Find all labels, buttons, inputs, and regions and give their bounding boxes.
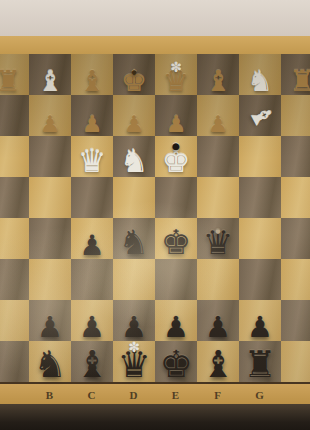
square-g8[interactable]: ♞	[239, 54, 281, 95]
hole-decoration: ●	[215, 228, 220, 234]
square-f8[interactable]: ♝	[197, 54, 239, 95]
square-h7[interactable]	[281, 95, 310, 136]
square-a2[interactable]	[0, 300, 29, 341]
piece-white-plastic-queen-c6[interactable]: ♛	[78, 147, 107, 176]
square-d3[interactable]	[113, 259, 155, 300]
square-g6[interactable]	[239, 136, 281, 177]
background-wall	[0, 0, 310, 36]
piece-white-plastic-knight-d6[interactable]: ♞	[120, 147, 149, 176]
piece-dark-pawn-b2[interactable]: ♟	[37, 314, 63, 340]
square-b3[interactable]	[29, 259, 71, 300]
piece-light-wood-queen-e8[interactable]: ♛✽	[163, 68, 189, 94]
piece-dark-king-e1[interactable]: ♚	[159, 348, 192, 381]
board-squares: ♜♝♝♚●♛✽♝♞♜♟♟♟♟♟♝♛♞♚●♟♞♚♛●♟♟♟♟♟♟♞♝♛✽♚♝♜	[0, 54, 310, 382]
piece-light-wood-bishop-c8[interactable]: ♝	[79, 68, 105, 94]
square-f6[interactable]	[197, 136, 239, 177]
square-c5[interactable]	[71, 177, 113, 218]
square-c8[interactable]: ♝	[71, 54, 113, 95]
square-c2[interactable]: ♟	[71, 300, 113, 341]
file-label-hidden	[0, 384, 29, 406]
piece-dark-bishop-f1[interactable]: ♝	[201, 348, 234, 381]
file-label-b: B	[29, 384, 71, 406]
square-h5[interactable]	[281, 177, 310, 218]
piece-dark-pawn-c2[interactable]: ♟	[79, 314, 105, 340]
square-b1[interactable]: ♞	[29, 341, 71, 382]
square-a4[interactable]	[0, 218, 29, 259]
chess-board[interactable]: ♜♝♝♚●♛✽♝♞♜♟♟♟♟♟♝♛♞♚●♟♞♚♛●♟♟♟♟♟♟♞♝♛✽♚♝♜ B…	[0, 36, 310, 404]
square-f5[interactable]	[197, 177, 239, 218]
board-front-edge	[0, 404, 310, 430]
square-h2[interactable]	[281, 300, 310, 341]
square-e3[interactable]	[155, 259, 197, 300]
square-e7[interactable]: ♟	[155, 95, 197, 136]
file-label-d: D	[113, 384, 155, 406]
piece-light-wood-pawn-f7[interactable]: ♟	[208, 114, 229, 135]
file-label-g: G	[239, 384, 281, 406]
screenshot-root: ♜♝♝♚●♛✽♝♞♜♟♟♟♟♟♝♛♞♚●♟♞♚♛●♟♟♟♟♟♟♞♝♛✽♚♝♜ B…	[0, 0, 310, 430]
square-f1[interactable]: ♝	[197, 341, 239, 382]
square-a7[interactable]	[0, 95, 29, 136]
piece-light-wood-king-d8[interactable]: ♚●	[121, 68, 147, 94]
file-label-f: F	[197, 384, 239, 406]
square-g1[interactable]: ♜	[239, 341, 281, 382]
piece-dark-queen-f4[interactable]: ♛●	[203, 227, 233, 258]
square-g3[interactable]	[239, 259, 281, 300]
piece-dark-knight-d4[interactable]: ♞	[119, 227, 149, 258]
square-d2[interactable]: ♟	[113, 300, 155, 341]
square-h8[interactable]: ♜	[281, 54, 310, 95]
piece-dark-rook-g1[interactable]: ♜	[243, 348, 276, 381]
piece-dark-queen-d1[interactable]: ♛✽	[117, 348, 150, 381]
square-d1[interactable]: ♛✽	[113, 341, 155, 382]
square-c7[interactable]: ♟	[71, 95, 113, 136]
square-b6[interactable]	[29, 136, 71, 177]
square-e4[interactable]: ♚	[155, 218, 197, 259]
square-e8[interactable]: ♛✽	[155, 54, 197, 95]
square-h3[interactable]	[281, 259, 310, 300]
piece-light-wood-pawn-e7[interactable]: ♟	[166, 114, 187, 135]
square-h4[interactable]	[281, 218, 310, 259]
piece-dark-pawn-d2[interactable]: ♟	[121, 314, 147, 340]
piece-light-wood-pawn-b7[interactable]: ♟	[40, 114, 61, 135]
square-a3[interactable]	[0, 259, 29, 300]
piece-dark-pawn-f2[interactable]: ♟	[205, 314, 231, 340]
square-f3[interactable]	[197, 259, 239, 300]
square-a1[interactable]	[0, 341, 29, 382]
square-c4[interactable]: ♟	[71, 218, 113, 259]
piece-white-plastic-bishop-b8[interactable]: ♝	[37, 68, 63, 94]
file-label-c: C	[71, 384, 113, 406]
square-d7[interactable]: ♟	[113, 95, 155, 136]
square-c1[interactable]: ♝	[71, 341, 113, 382]
piece-light-wood-pawn-d7[interactable]: ♟	[124, 114, 145, 135]
piece-dark-pawn-g2[interactable]: ♟	[247, 314, 273, 340]
square-b8[interactable]: ♝	[29, 54, 71, 95]
piece-dark-bishop-c1[interactable]: ♝	[75, 348, 108, 381]
piece-dark-knight-b1[interactable]: ♞	[33, 348, 66, 381]
square-d6[interactable]: ♞	[113, 136, 155, 177]
piece-light-wood-rook-a8[interactable]: ♜	[0, 68, 21, 94]
square-e2[interactable]: ♟	[155, 300, 197, 341]
square-c3[interactable]	[71, 259, 113, 300]
square-b7[interactable]: ♟	[29, 95, 71, 136]
file-label-hidden	[281, 384, 310, 406]
square-d8[interactable]: ♚●	[113, 54, 155, 95]
piece-dark-pawn-e2[interactable]: ♟	[163, 314, 189, 340]
square-d5[interactable]	[113, 177, 155, 218]
square-c6[interactable]: ♛	[71, 136, 113, 177]
square-f2[interactable]: ♟	[197, 300, 239, 341]
hole-decoration: ●	[131, 69, 136, 75]
file-label-e: E	[155, 384, 197, 406]
square-a6[interactable]	[0, 136, 29, 177]
square-f7[interactable]: ♟	[197, 95, 239, 136]
white-flower-decoration: ✽	[128, 340, 140, 354]
white-flower-decoration: ✽	[170, 60, 182, 74]
square-e1[interactable]: ♚	[155, 341, 197, 382]
square-g7[interactable]: ♝	[239, 95, 281, 136]
square-a8[interactable]: ♜	[0, 54, 29, 95]
board-top-frame	[0, 36, 310, 56]
piece-dark-king-e4[interactable]: ♚	[161, 227, 191, 258]
square-d4[interactable]: ♞	[113, 218, 155, 259]
square-e6[interactable]: ♚●	[155, 136, 197, 177]
square-h1[interactable]	[281, 341, 310, 382]
piece-white-plastic-bishop-g7[interactable]: ♝	[245, 101, 277, 133]
square-b2[interactable]: ♟	[29, 300, 71, 341]
piece-light-wood-rook-h8[interactable]: ♜	[289, 68, 310, 94]
square-e5[interactable]	[155, 177, 197, 218]
piece-white-plastic-king-e6[interactable]: ♚●	[162, 147, 191, 176]
square-g2[interactable]: ♟	[239, 300, 281, 341]
piece-white-plastic-knight-g8[interactable]: ♞	[247, 68, 273, 94]
square-f4[interactable]: ♛●	[197, 218, 239, 259]
square-b5[interactable]	[29, 177, 71, 218]
piece-light-wood-pawn-c7[interactable]: ♟	[82, 114, 103, 135]
square-b4[interactable]	[29, 218, 71, 259]
square-g5[interactable]	[239, 177, 281, 218]
piece-dark-pawn-c4[interactable]: ♟	[79, 233, 104, 258]
piece-light-wood-bishop-f8[interactable]: ♝	[205, 68, 231, 94]
square-g4[interactable]	[239, 218, 281, 259]
square-a5[interactable]	[0, 177, 29, 218]
square-h6[interactable]	[281, 136, 310, 177]
dark-ball-decoration: ●	[172, 142, 180, 151]
